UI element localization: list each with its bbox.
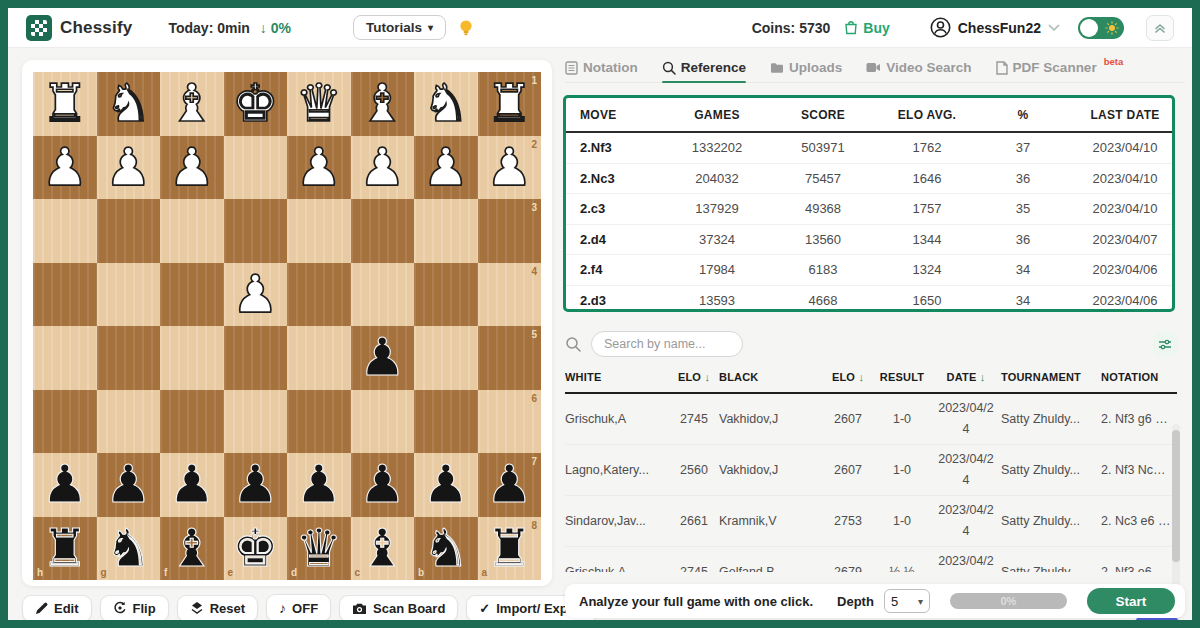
square-f6[interactable]: [160, 390, 224, 454]
game-black: Vakhidov,J: [719, 412, 823, 426]
square-h6[interactable]: [33, 390, 97, 454]
square-g1[interactable]: ♞: [97, 72, 161, 136]
ref-elo-avg: 1344: [884, 232, 988, 247]
analysis-progress-bar: 0%: [950, 593, 1067, 609]
games-col-header[interactable]: ELO ↓: [669, 371, 719, 383]
lightbulb-icon[interactable]: [458, 19, 474, 37]
rank-label-4: 4: [531, 266, 537, 277]
file-label-f: f: [164, 567, 167, 578]
square-c6[interactable]: [351, 390, 415, 454]
square-d8[interactable]: ♛d: [287, 517, 351, 581]
main-area: ♜♞♝♚♛♝♞♜1♟♟♟♟♟♟♟23♟4♟56♟♟♟♟♟♟♟♟7♜h♞g♝f♚e…: [8, 48, 1192, 620]
chessify-logo-icon[interactable]: [26, 15, 52, 41]
white-bishop-piece: ♝: [160, 72, 224, 136]
reset-button[interactable]: Reset: [177, 595, 258, 621]
games-col-header[interactable]: DATE ↓: [931, 371, 1001, 383]
square-e5[interactable]: [224, 326, 288, 390]
reset-icon: [190, 601, 204, 615]
reference-row-2.Nc3[interactable]: 2.Nc3204032754571646362023/04/10: [566, 164, 1172, 195]
game-row[interactable]: Sindarov,Jav...2661Kramnik,V27531-02023/…: [565, 496, 1177, 547]
square-f3[interactable]: [160, 199, 224, 263]
square-h5[interactable]: [33, 326, 97, 390]
square-e3[interactable]: [224, 199, 288, 263]
black-pawn-piece: ♟: [351, 326, 415, 390]
black-pawn-piece: ♟: [351, 453, 415, 517]
white-pawn-piece: ♟: [351, 136, 415, 200]
chevron-down-icon: ▾: [918, 596, 923, 607]
ref-last-date: 2023/04/07: [1076, 232, 1175, 247]
username: ChessFun22: [958, 20, 1041, 36]
square-a6[interactable]: 6: [478, 390, 542, 454]
today-stats: Today: 0min ↓ 0%: [168, 20, 290, 36]
games-table: WHITEELO ↓BLACKELO ↓RESULTDATE ↓TOURNAME…: [565, 362, 1177, 572]
shopping-bag-icon: [844, 20, 858, 35]
ref-last-date: 2023/04/10: [1076, 140, 1175, 155]
square-c4[interactable]: [351, 263, 415, 327]
flip-icon: [113, 601, 127, 615]
game-date: 2023/04/24: [931, 398, 1001, 441]
ref-move: 2.f4: [580, 262, 672, 277]
reference-row-2.Nf3[interactable]: 2.Nf313322025039711762372023/04/10: [566, 133, 1172, 164]
square-d1[interactable]: ♛: [287, 72, 351, 136]
search-icon: [565, 336, 581, 352]
sort-arrow-icon[interactable]: ↓: [858, 371, 864, 383]
today-label: Today: 0min: [168, 20, 249, 36]
top-bar: Chessify Today: 0min ↓ 0% Tutorials ▾ Co…: [8, 8, 1192, 48]
black-pawn-piece: ♟: [224, 453, 288, 517]
ref-col-header: LAST DATE: [1076, 108, 1175, 122]
games-col-header[interactable]: NOTATION: [1101, 371, 1177, 383]
ref-games: 13593: [672, 293, 780, 308]
white-pawn-piece: ♟: [224, 263, 288, 327]
square-d3[interactable]: [287, 199, 351, 263]
reset-label: Reset: [210, 601, 245, 616]
tab-uploads-label: Uploads: [789, 60, 842, 75]
depth-label: Depth: [837, 594, 874, 609]
file-label-a: a: [482, 567, 488, 578]
ref-elo-avg: 1757: [884, 201, 988, 216]
white-pawn-piece: ♟: [33, 136, 97, 200]
square-a1[interactable]: ♜1: [478, 72, 542, 136]
ref-last-date: 2023/04/10: [1076, 171, 1175, 186]
white-pawn-piece: ♟: [160, 136, 224, 200]
black-pawn-piece: ♟: [160, 453, 224, 517]
square-d5[interactable]: [287, 326, 351, 390]
user-avatar-icon: [930, 17, 951, 38]
ref-score: 13560: [780, 232, 884, 247]
depth-value: 5: [891, 594, 898, 609]
square-c8[interactable]: ♝c: [351, 517, 415, 581]
games-col-header[interactable]: TOURNAMENT: [1001, 371, 1101, 383]
ref-games: 1332202: [672, 140, 780, 155]
game-white: Sindarov,Jav...: [565, 514, 669, 528]
square-e6[interactable]: [224, 390, 288, 454]
ref-last-date: 2023/04/06: [1076, 262, 1175, 277]
tab-reference-label: Reference: [681, 60, 746, 75]
tab-video-search-label: Video Search: [886, 60, 971, 75]
beta-badge: beta: [1104, 56, 1124, 67]
ref-score: 49368: [780, 201, 884, 216]
square-g6[interactable]: [97, 390, 161, 454]
game-date: 2023/04/24: [931, 449, 1001, 492]
rank-label-8: 8: [531, 520, 537, 531]
buy-button[interactable]: Buy: [844, 20, 889, 36]
camera-icon: [352, 602, 367, 615]
square-f5[interactable]: [160, 326, 224, 390]
games-col-header[interactable]: RESULT: [873, 371, 931, 383]
ref-percent: 34: [988, 262, 1076, 277]
ref-col-header: %: [988, 108, 1076, 122]
rank-label-6: 6: [531, 393, 537, 404]
ref-col-header: SCORE: [780, 108, 884, 122]
game-date: 2023/04/24: [931, 500, 1001, 543]
black-pawn-piece: ♟: [33, 453, 97, 517]
ref-games: 17984: [672, 262, 780, 277]
black-pawn-piece: ♟: [414, 453, 478, 517]
coins-balance: Coins: 5730: [752, 20, 831, 36]
scan-board-button[interactable]: Scan Board: [339, 595, 458, 621]
white-knight-piece: ♞: [414, 72, 478, 136]
game-row[interactable]: Grischuk,A2745Vakhidov,J26071-02023/04/2…: [565, 394, 1177, 445]
game-tournament: Satty Zhuldy...: [1001, 463, 1101, 477]
game-white-elo: 2745: [669, 412, 719, 426]
rank-label-3: 3: [531, 202, 537, 213]
game-black-elo: 2679: [823, 565, 873, 572]
ref-move: 2.Nf3: [580, 140, 672, 155]
square-b8[interactable]: ♞b: [414, 517, 478, 581]
tab-notation-label: Notation: [583, 60, 638, 75]
game-black: Kramnik,V: [719, 514, 823, 528]
game-notation: 2. Nf3 e6 3...: [1101, 565, 1177, 572]
filter-sliders-icon: [1158, 338, 1172, 351]
flip-button[interactable]: Flip: [100, 595, 169, 621]
filter-button[interactable]: [1153, 332, 1177, 356]
ref-score: 6183: [780, 262, 884, 277]
music-note-icon: ♪: [279, 600, 286, 616]
analyze-text: Analyze your full game with one click.: [579, 594, 813, 609]
game-notation: 2. Nf3 g6 3. ...: [1101, 412, 1177, 426]
square-f1[interactable]: ♝: [160, 72, 224, 136]
reference-row-2.d4[interactable]: 2.d437324135601344362023/04/07: [566, 225, 1172, 256]
square-d7[interactable]: ♟: [287, 453, 351, 517]
square-b7[interactable]: ♟: [414, 453, 478, 517]
reference-row-2.c3[interactable]: 2.c3137929493681757352023/04/10: [566, 194, 1172, 225]
game-result: 1-0: [873, 514, 931, 528]
game-row[interactable]: Lagno,Katery...2560Vakhidov,J26071-02023…: [565, 445, 1177, 496]
tab-video-search[interactable]: Video Search: [866, 60, 971, 75]
file-label-c: c: [355, 567, 361, 578]
game-white-elo: 2661: [669, 514, 719, 528]
game-date: 2023/04/24: [931, 551, 1001, 572]
chevron-down-icon: [1048, 24, 1060, 32]
board-controls: Edit Flip Reset ♪ OFF Scan Board ✓ Impor…: [22, 594, 552, 620]
square-a7[interactable]: ♟7: [478, 453, 542, 517]
ref-col-header: GAMES: [672, 108, 780, 122]
ref-games: 137929: [672, 201, 780, 216]
buy-label: Buy: [863, 20, 889, 36]
reference-header-row: MOVEGAMESSCOREELO AVG.%LAST DATE: [566, 98, 1172, 133]
square-c5[interactable]: ♟: [351, 326, 415, 390]
tab-reference[interactable]: Reference: [662, 60, 746, 75]
square-g7[interactable]: ♟: [97, 453, 161, 517]
game-notation: 2. Nc3 e6 3. ...: [1101, 514, 1177, 528]
square-g5[interactable]: [97, 326, 161, 390]
user-menu[interactable]: ChessFun22: [930, 17, 1060, 38]
ref-move: 2.d4: [580, 232, 672, 247]
game-black: Vakhidov,J: [719, 463, 823, 477]
tab-uploads[interactable]: Uploads: [770, 60, 842, 75]
square-h1[interactable]: ♜: [33, 72, 97, 136]
square-b3[interactable]: [414, 199, 478, 263]
game-black-elo: 2607: [823, 463, 873, 477]
file-label-g: g: [101, 567, 107, 578]
ref-score: 503971: [780, 140, 884, 155]
game-row[interactable]: Grischuk,A2745Gelfand,B2679½-½2023/04/24…: [565, 547, 1177, 572]
brand-name: Chessify: [60, 18, 132, 38]
toggle-knob: [1080, 19, 1098, 37]
sun-icon: [1105, 21, 1119, 35]
square-e2[interactable]: [224, 136, 288, 200]
video-camera-icon: [866, 62, 881, 73]
square-g4[interactable]: [97, 263, 161, 327]
right-panel-tabs: Notation Reference Uploads Video Search …: [565, 60, 1185, 83]
ref-games: 204032: [672, 171, 780, 186]
white-queen-piece: ♛: [287, 72, 351, 136]
game-tournament: Satty Zhuldy...: [1001, 514, 1101, 528]
black-pawn-piece: ♟: [97, 453, 161, 517]
file-label-h: h: [37, 567, 43, 578]
rank-label-5: 5: [531, 329, 537, 340]
square-a3[interactable]: 3: [478, 199, 542, 263]
collapse-header-button[interactable]: [1146, 15, 1174, 41]
square-f2[interactable]: ♟: [160, 136, 224, 200]
ref-score: 4668: [780, 293, 884, 308]
square-f7[interactable]: ♟: [160, 453, 224, 517]
games-col-header[interactable]: WHITE: [565, 371, 669, 383]
pencil-icon: [35, 602, 48, 615]
game-black: Gelfand,B: [719, 565, 823, 572]
ref-last-date: 2023/04/10: [1076, 201, 1175, 216]
game-white: Lagno,Katery...: [565, 463, 669, 477]
pdf-document-icon: [996, 61, 1008, 75]
chess-board: ♜♞♝♚♛♝♞♜1♟♟♟♟♟♟♟23♟4♟56♟♟♟♟♟♟♟♟7♜h♞g♝f♚e…: [33, 72, 541, 580]
square-g8[interactable]: ♞g: [97, 517, 161, 581]
reference-rows: 2.Nf313322025039711762372023/04/102.Nc32…: [566, 133, 1172, 312]
square-h8[interactable]: ♜h: [33, 517, 97, 581]
square-c7[interactable]: ♟: [351, 453, 415, 517]
ref-move: 2.d3: [580, 293, 672, 308]
game-result: 1-0: [873, 412, 931, 426]
tab-pdf-scanner[interactable]: PDF Scanner beta: [996, 60, 1124, 75]
flip-label: Flip: [133, 601, 156, 616]
square-b5[interactable]: [414, 326, 478, 390]
tutorials-button[interactable]: Tutorials ▾: [353, 15, 446, 40]
square-c3[interactable]: [351, 199, 415, 263]
square-f4[interactable]: [160, 263, 224, 327]
theme-toggle[interactable]: [1078, 17, 1124, 39]
sort-arrow-icon[interactable]: ↓: [980, 371, 986, 383]
square-e8[interactable]: ♚e: [224, 517, 288, 581]
tab-pdf-scanner-label: PDF Scanner: [1013, 60, 1097, 75]
ref-percent: 34: [988, 293, 1076, 308]
games-col-header[interactable]: BLACK: [719, 371, 823, 383]
double-chevron-up-icon: [1154, 22, 1166, 34]
ref-games: 37324: [672, 232, 780, 247]
file-label-d: d: [291, 567, 297, 578]
ref-percent: 37: [988, 140, 1076, 155]
game-white: Grischuk,A: [565, 412, 669, 426]
tutorials-label: Tutorials: [366, 20, 422, 35]
square-e4[interactable]: ♟: [224, 263, 288, 327]
square-d4[interactable]: [287, 263, 351, 327]
sort-arrow-icon[interactable]: ↓: [704, 371, 710, 383]
progress-percent: 0%: [950, 593, 1067, 609]
white-pawn-piece: ♟: [287, 136, 351, 200]
scan-board-label: Scan Board: [373, 601, 445, 616]
square-a2[interactable]: ♟2: [478, 136, 542, 200]
depth-select[interactable]: 5 ▾: [884, 589, 930, 613]
tab-notation[interactable]: Notation: [565, 60, 638, 75]
square-b6[interactable]: [414, 390, 478, 454]
white-king-piece: ♚: [224, 72, 288, 136]
rank-label-2: 2: [531, 139, 537, 150]
file-label-b: b: [418, 567, 424, 578]
reference-row-2.f4[interactable]: 2.f41798461831324342023/04/06: [566, 255, 1172, 286]
folder-icon: [770, 62, 784, 74]
ref-move: 2.c3: [580, 201, 672, 216]
game-white: Grischuk,A: [565, 565, 669, 572]
ref-elo-avg: 1324: [884, 262, 988, 277]
games-rows: Grischuk,A2745Vakhidov,J26071-02023/04/2…: [565, 394, 1177, 572]
square-h7[interactable]: ♟: [33, 453, 97, 517]
search-input[interactable]: [591, 331, 743, 357]
white-knight-piece: ♞: [97, 72, 161, 136]
ref-col-header: ELO AVG.: [884, 108, 988, 122]
game-tournament: Satty Zhuldy...: [1001, 565, 1101, 572]
notation-icon: [565, 61, 578, 75]
games-search-row: [565, 329, 1177, 359]
game-black-elo: 2753: [823, 514, 873, 528]
board-card: ♜♞♝♚♛♝♞♜1♟♟♟♟♟♟♟23♟4♟56♟♟♟♟♟♟♟♟7♜h♞g♝f♚e…: [22, 60, 552, 586]
square-g2[interactable]: ♟: [97, 136, 161, 200]
file-label-e: e: [228, 567, 234, 578]
square-e1[interactable]: ♚: [224, 72, 288, 136]
check-icon: ✓: [479, 601, 490, 616]
game-result: ½-½: [873, 565, 931, 572]
black-pawn-piece: ♟: [287, 453, 351, 517]
white-pawn-piece: ♟: [97, 136, 161, 200]
start-button[interactable]: Start: [1087, 588, 1175, 614]
square-h2[interactable]: ♟: [33, 136, 97, 200]
square-b4[interactable]: [414, 263, 478, 327]
game-notation: 2. Nf3 Nc6 3...: [1101, 463, 1177, 477]
reference-table: MOVEGAMESSCOREELO AVG.%LAST DATE 2.Nf313…: [563, 95, 1175, 312]
ref-percent: 36: [988, 232, 1076, 247]
square-e7[interactable]: ♟: [224, 453, 288, 517]
games-col-header[interactable]: ELO ↓: [823, 371, 873, 383]
ref-move: 2.Nc3: [580, 171, 672, 186]
game-tournament: Satty Zhuldy...: [1001, 412, 1101, 426]
square-c1[interactable]: ♝: [351, 72, 415, 136]
edit-button[interactable]: Edit: [22, 595, 92, 621]
square-g3[interactable]: [97, 199, 161, 263]
square-f8[interactable]: ♝f: [160, 517, 224, 581]
ref-score: 75457: [780, 171, 884, 186]
square-a4[interactable]: 4: [478, 263, 542, 327]
ref-last-date: 2023/04/06: [1076, 293, 1175, 308]
game-white-elo: 2560: [669, 463, 719, 477]
ref-elo-avg: 1762: [884, 140, 988, 155]
search-icon: [662, 61, 676, 75]
app-window: Chessify Today: 0min ↓ 0% Tutorials ▾ Co…: [8, 8, 1192, 620]
ref-elo-avg: 1650: [884, 293, 988, 308]
square-d6[interactable]: [287, 390, 351, 454]
ref-elo-avg: 1646: [884, 171, 988, 186]
edit-label: Edit: [54, 601, 79, 616]
ref-percent: 35: [988, 201, 1076, 216]
square-a5[interactable]: 5: [478, 326, 542, 390]
sound-toggle-button[interactable]: ♪ OFF: [266, 594, 331, 620]
today-change: ↓ 0%: [260, 20, 291, 36]
rank-label-1: 1: [531, 75, 537, 86]
rank-label-7: 7: [531, 456, 537, 467]
game-result: 1-0: [873, 463, 931, 477]
games-header-row: WHITEELO ↓BLACKELO ↓RESULTDATE ↓TOURNAME…: [565, 362, 1177, 394]
square-h3[interactable]: [33, 199, 97, 263]
square-b2[interactable]: ♟: [414, 136, 478, 200]
square-b1[interactable]: ♞: [414, 72, 478, 136]
analyze-bar: Analyze your full game with one click. D…: [565, 584, 1185, 618]
scrollbar-thumb[interactable]: [1172, 430, 1180, 562]
white-rook-piece: ♜: [33, 72, 97, 136]
game-white-elo: 2745: [669, 565, 719, 572]
square-c2[interactable]: ♟: [351, 136, 415, 200]
reference-row-2.d3[interactable]: 2.d31359346681650342023/04/06: [566, 286, 1172, 313]
ref-col-header: MOVE: [580, 108, 672, 122]
sound-state-label: OFF: [292, 601, 318, 616]
ref-percent: 36: [988, 171, 1076, 186]
square-a8[interactable]: ♜8a: [478, 517, 542, 581]
white-pawn-piece: ♟: [414, 136, 478, 200]
square-h4[interactable]: [33, 263, 97, 327]
square-d2[interactable]: ♟: [287, 136, 351, 200]
game-black-elo: 2607: [823, 412, 873, 426]
black-bishop-piece: ♝: [160, 517, 224, 581]
chevron-down-icon: ▾: [428, 22, 433, 33]
white-bishop-piece: ♝: [351, 72, 415, 136]
